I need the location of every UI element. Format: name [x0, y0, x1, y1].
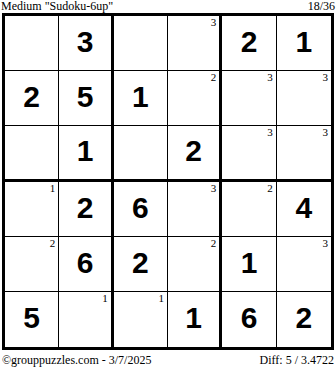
difficulty-text: Diff: 5 / 3.4722	[260, 353, 334, 368]
pencil-mark: 3	[267, 126, 273, 139]
given-digit: 1	[185, 303, 202, 333]
cell-r3c1[interactable]	[5, 126, 59, 181]
cell-r3c5[interactable]: 3	[222, 126, 276, 181]
cell-r5c3[interactable]: 2	[114, 237, 168, 292]
given-digit: 6	[132, 193, 149, 223]
cell-r6c1[interactable]: 5	[5, 292, 59, 347]
cell-r4c2[interactable]: 2	[59, 182, 113, 237]
pencil-mark: 3	[211, 182, 217, 195]
cell-r6c3[interactable]: 1	[114, 292, 168, 347]
cell-r5c4[interactable]: 2	[168, 237, 222, 292]
cell-r1c2[interactable]: 3	[59, 16, 113, 71]
puzzle-page: Medium "Sudoku-6up" 18/36 33212512331233…	[0, 0, 336, 370]
pencil-mark: 2	[211, 237, 217, 250]
cell-r6c4[interactable]: 1	[168, 292, 222, 347]
footer: ©grouppuzzles.com - 3/7/2025 Diff: 5 / 3…	[0, 350, 336, 368]
given-digit: 2	[77, 193, 94, 223]
pencil-mark: 1	[102, 292, 108, 305]
pencil-mark: 1	[50, 182, 56, 195]
pencil-mark: 3	[267, 71, 273, 84]
given-digit: 2	[132, 248, 149, 278]
given-digit: 1	[77, 136, 94, 166]
cell-r2c4[interactable]: 2	[168, 71, 222, 126]
given-digit: 5	[23, 303, 40, 333]
cell-r3c4[interactable]: 2	[168, 126, 222, 181]
given-digit: 1	[132, 82, 149, 112]
cell-r2c2[interactable]: 5	[59, 71, 113, 126]
pencil-mark: 2	[267, 182, 273, 195]
cell-r6c5[interactable]: 6	[222, 292, 276, 347]
pencil-mark: 3	[211, 16, 217, 29]
given-digit: 3	[77, 27, 94, 57]
header: Medium "Sudoku-6up" 18/36	[0, 0, 336, 13]
given-digit: 1	[241, 248, 258, 278]
given-digit: 4	[295, 193, 312, 223]
cell-r4c5[interactable]: 2	[222, 182, 276, 237]
pencil-mark: 1	[158, 292, 164, 305]
cell-r1c1[interactable]	[5, 16, 59, 71]
cell-r2c1[interactable]: 2	[5, 71, 59, 126]
cell-r5c5[interactable]: 1	[222, 237, 276, 292]
cell-r3c6[interactable]: 3	[277, 126, 331, 181]
page-title: Medium "Sudoku-6up"	[1, 0, 113, 13]
given-digit: 1	[295, 27, 312, 57]
cell-r6c6[interactable]: 2	[277, 292, 331, 347]
cell-r1c4[interactable]: 3	[168, 16, 222, 71]
cell-r5c2[interactable]: 6	[59, 237, 113, 292]
copyright-text: ©grouppuzzles.com - 3/7/2025	[2, 353, 151, 368]
given-digit: 2	[295, 303, 312, 333]
pencil-mark: 3	[322, 71, 328, 84]
pencil-mark: 3	[322, 237, 328, 250]
sudoku-board: 33212512331233126324262213511162	[2, 13, 334, 350]
cell-r4c3[interactable]: 6	[114, 182, 168, 237]
cell-r5c1[interactable]: 2	[5, 237, 59, 292]
pencil-mark: 3	[322, 126, 328, 139]
cell-r1c3[interactable]	[114, 16, 168, 71]
cell-r1c5[interactable]: 2	[222, 16, 276, 71]
cell-r2c3[interactable]: 1	[114, 71, 168, 126]
givens-counter: 18/36	[308, 0, 335, 13]
given-digit: 6	[241, 303, 258, 333]
given-digit: 2	[185, 136, 202, 166]
cell-r1c6[interactable]: 1	[277, 16, 331, 71]
given-digit: 6	[77, 248, 94, 278]
cell-r6c2[interactable]: 1	[59, 292, 113, 347]
cell-r4c6[interactable]: 4	[277, 182, 331, 237]
pencil-mark: 2	[211, 71, 217, 84]
cell-r2c6[interactable]: 3	[277, 71, 331, 126]
given-digit: 2	[23, 82, 40, 112]
pencil-mark: 2	[50, 237, 56, 250]
given-digit: 2	[241, 27, 258, 57]
cell-r4c4[interactable]: 3	[168, 182, 222, 237]
cell-r2c5[interactable]: 3	[222, 71, 276, 126]
cell-r4c1[interactable]: 1	[5, 182, 59, 237]
cell-r3c3[interactable]	[114, 126, 168, 181]
cell-r5c6[interactable]: 3	[277, 237, 331, 292]
given-digit: 5	[77, 82, 94, 112]
cell-r3c2[interactable]: 1	[59, 126, 113, 181]
